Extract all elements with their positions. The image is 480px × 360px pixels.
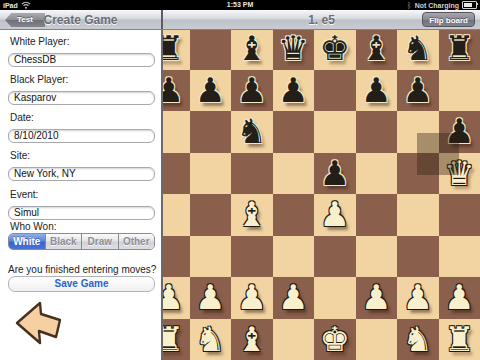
square-c3[interactable] bbox=[231, 236, 273, 278]
form-group-site-: Site: bbox=[8, 150, 155, 181]
square-b5[interactable] bbox=[190, 153, 232, 195]
segment-white[interactable]: White bbox=[9, 234, 46, 249]
square-e8[interactable]: ♚ bbox=[314, 28, 356, 70]
black-pawn[interactable]: ♟ bbox=[278, 70, 308, 111]
square-g8[interactable]: ♞ bbox=[397, 28, 439, 70]
status-bar: iPad 1:53 PM ᛒ Not Charging bbox=[0, 0, 480, 10]
black-pawn[interactable]: ♟ bbox=[320, 153, 350, 194]
black-rook[interactable]: ♜ bbox=[444, 28, 474, 69]
square-f8[interactable]: ♝ bbox=[356, 28, 398, 70]
white-pawn[interactable]: ♟ bbox=[361, 277, 391, 318]
white-knight[interactable]: ♞ bbox=[195, 319, 225, 360]
square-g1[interactable]: ♞ bbox=[397, 319, 439, 360]
white-king[interactable]: ♚ bbox=[320, 319, 350, 360]
square-b2[interactable]: ♟ bbox=[190, 277, 232, 319]
square-e4[interactable]: ♟ bbox=[314, 194, 356, 236]
square-h2[interactable]: ♟ bbox=[439, 277, 480, 319]
square-e6[interactable] bbox=[314, 111, 356, 153]
square-g2[interactable]: ♟ bbox=[397, 277, 439, 319]
square-d2[interactable]: ♟ bbox=[273, 277, 315, 319]
white-pawn[interactable]: ♟ bbox=[195, 277, 225, 318]
white-rook[interactable]: ♜ bbox=[444, 319, 474, 360]
square-c6[interactable]: ♞ bbox=[231, 111, 273, 153]
black-knight[interactable]: ♞ bbox=[237, 111, 267, 152]
save-game-button[interactable]: Save Game bbox=[8, 276, 155, 292]
square-b8[interactable] bbox=[190, 28, 232, 70]
finished-question-label: Are you finished entering moves? bbox=[8, 264, 158, 275]
square-f6[interactable] bbox=[356, 111, 398, 153]
square-g7[interactable]: ♟ bbox=[397, 70, 439, 112]
square-f5[interactable] bbox=[356, 153, 398, 195]
field-input-0[interactable] bbox=[8, 53, 155, 67]
field-label: Event: bbox=[10, 189, 155, 200]
square-c8[interactable]: ♝ bbox=[231, 28, 273, 70]
square-h7[interactable] bbox=[439, 70, 480, 112]
square-e3[interactable] bbox=[314, 236, 356, 278]
field-label: Black Player: bbox=[10, 74, 155, 85]
square-g4[interactable] bbox=[397, 194, 439, 236]
square-e5[interactable]: ♟ bbox=[314, 153, 356, 195]
form-group-white-player-: White Player: bbox=[8, 36, 155, 67]
segment-draw[interactable]: Draw bbox=[82, 234, 119, 249]
field-input-2[interactable] bbox=[8, 129, 155, 143]
nav-left-section: Test Create Game bbox=[0, 10, 163, 29]
chess-board[interactable]: ♜♝♛♚♝♞♜♟♟♟♟♟♟♞♟♟♛♝♟♟♟♟♟♟♟♟♜♞♝♚♞♜ bbox=[148, 28, 480, 360]
who-won-segmented-control: WhiteBlackDrawOther bbox=[8, 233, 155, 250]
field-label: Date: bbox=[10, 112, 155, 123]
field-label: Site: bbox=[10, 150, 155, 161]
white-bishop[interactable]: ♝ bbox=[237, 319, 267, 360]
flip-board-button[interactable]: Flip board bbox=[422, 12, 475, 27]
square-d7[interactable]: ♟ bbox=[273, 70, 315, 112]
square-c5[interactable] bbox=[231, 153, 273, 195]
square-b6[interactable] bbox=[190, 111, 232, 153]
square-h1[interactable]: ♜ bbox=[439, 319, 480, 360]
square-e1[interactable]: ♚ bbox=[314, 319, 356, 360]
square-d3[interactable] bbox=[273, 236, 315, 278]
white-knight[interactable]: ♞ bbox=[403, 319, 433, 360]
back-arrow-icon[interactable] bbox=[13, 297, 65, 349]
square-f2[interactable]: ♟ bbox=[356, 277, 398, 319]
white-pawn[interactable]: ♟ bbox=[237, 277, 267, 318]
square-c4[interactable]: ♝ bbox=[231, 194, 273, 236]
white-bishop[interactable]: ♝ bbox=[237, 194, 267, 235]
white-pawn[interactable]: ♟ bbox=[320, 194, 350, 235]
form-group-black-player-: Black Player: bbox=[8, 74, 155, 105]
square-d6[interactable] bbox=[273, 111, 315, 153]
create-game-sidebar: White Player:Black Player:Date:Site:Even… bbox=[0, 30, 163, 360]
square-d5[interactable] bbox=[273, 153, 315, 195]
bluetooth-icon: ᛒ bbox=[407, 1, 412, 10]
square-c1[interactable]: ♝ bbox=[231, 319, 273, 360]
form-group-event-: Event: bbox=[8, 189, 155, 220]
segment-black[interactable]: Black bbox=[46, 234, 83, 249]
drag-highlight-square bbox=[417, 133, 459, 175]
square-g3[interactable] bbox=[397, 236, 439, 278]
square-h4[interactable] bbox=[439, 194, 480, 236]
square-d1[interactable] bbox=[273, 319, 315, 360]
battery-status-label: Not Charging bbox=[415, 2, 459, 9]
square-f1[interactable] bbox=[356, 319, 398, 360]
black-bishop[interactable]: ♝ bbox=[237, 28, 267, 69]
black-pawn[interactable]: ♟ bbox=[361, 70, 391, 111]
field-input-1[interactable] bbox=[8, 91, 155, 105]
field-input-4[interactable] bbox=[8, 206, 155, 220]
white-pawn[interactable]: ♟ bbox=[444, 277, 474, 318]
square-e7[interactable] bbox=[314, 70, 356, 112]
square-d8[interactable]: ♛ bbox=[273, 28, 315, 70]
black-knight[interactable]: ♞ bbox=[403, 28, 433, 69]
battery-icon bbox=[462, 1, 477, 9]
form-group-date-: Date: bbox=[8, 112, 155, 143]
square-b3[interactable] bbox=[190, 236, 232, 278]
black-bishop[interactable]: ♝ bbox=[361, 28, 391, 69]
navigation-bar: Test Create Game 1. e5 Flip board bbox=[0, 10, 480, 30]
black-king[interactable]: ♚ bbox=[320, 28, 350, 69]
sidebar-title: Create Game bbox=[0, 13, 161, 27]
segment-other[interactable]: Other bbox=[119, 234, 155, 249]
square-f3[interactable] bbox=[356, 236, 398, 278]
square-c7[interactable]: ♟ bbox=[231, 70, 273, 112]
white-pawn[interactable]: ♟ bbox=[403, 277, 433, 318]
square-e2[interactable] bbox=[314, 277, 356, 319]
black-pawn[interactable]: ♟ bbox=[237, 70, 267, 111]
square-b4[interactable] bbox=[190, 194, 232, 236]
white-pawn[interactable]: ♟ bbox=[278, 277, 308, 318]
square-b7[interactable]: ♟ bbox=[190, 70, 232, 112]
square-f7[interactable]: ♟ bbox=[356, 70, 398, 112]
square-d4[interactable] bbox=[273, 194, 315, 236]
square-h3[interactable] bbox=[439, 236, 480, 278]
nav-right-section: 1. e5 Flip board bbox=[163, 10, 480, 29]
square-c2[interactable]: ♟ bbox=[231, 277, 273, 319]
black-pawn[interactable]: ♟ bbox=[195, 70, 225, 111]
square-b1[interactable]: ♞ bbox=[190, 319, 232, 360]
who-won-label: Who Won: bbox=[10, 221, 57, 232]
black-queen[interactable]: ♛ bbox=[278, 28, 308, 69]
square-h8[interactable]: ♜ bbox=[439, 28, 480, 70]
field-input-3[interactable] bbox=[8, 167, 155, 181]
field-label: White Player: bbox=[10, 36, 155, 47]
black-pawn[interactable]: ♟ bbox=[403, 70, 433, 111]
square-f4[interactable] bbox=[356, 194, 398, 236]
